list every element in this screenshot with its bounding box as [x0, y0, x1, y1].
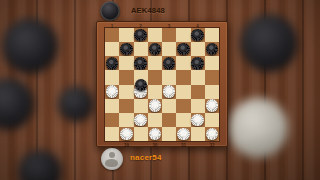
- board-coordinate-top: 2: [139, 24, 142, 29]
- square-r1c0: [105, 42, 119, 56]
- top-player-avatar[interactable]: [100, 1, 120, 21]
- bottom-player-avatar[interactable]: [101, 148, 123, 170]
- square-r7c5[interactable]: [176, 127, 190, 141]
- square-r3c6: [191, 70, 205, 84]
- square-r1c6: [191, 42, 205, 56]
- square-r7c6: [191, 127, 205, 141]
- checkers-app: AEK4848 123429303132 nacer54: [0, 0, 320, 180]
- black-man[interactable]: [134, 29, 147, 42]
- square-r6c6[interactable]: [191, 113, 205, 127]
- square-r4c7: [205, 85, 219, 99]
- board-coordinate-top: 3: [168, 24, 171, 29]
- square-r0c1: [119, 28, 133, 42]
- white-man[interactable]: [206, 99, 219, 112]
- square-r0c7: [205, 28, 219, 42]
- square-r4c3: [148, 85, 162, 99]
- black-man[interactable]: [106, 57, 119, 70]
- top-player-name: AEK4848: [131, 6, 165, 15]
- square-r3c5[interactable]: [176, 70, 190, 84]
- square-r0c2[interactable]: [134, 28, 148, 42]
- square-r2c3: [148, 56, 162, 70]
- square-r1c5[interactable]: [176, 42, 190, 56]
- blurred-dark-piece-decoration: [240, 14, 298, 72]
- square-r2c0[interactable]: [105, 56, 119, 70]
- black-man[interactable]: [206, 43, 219, 56]
- square-r5c4: [162, 99, 176, 113]
- square-r5c3[interactable]: [148, 99, 162, 113]
- square-r7c0: [105, 127, 119, 141]
- square-r3c0: [105, 70, 119, 84]
- board-coordinate-bottom: 32: [209, 143, 214, 148]
- square-r5c5[interactable]: [176, 99, 190, 113]
- white-man[interactable]: [177, 128, 190, 141]
- square-r0c4[interactable]: [162, 28, 176, 42]
- square-r6c5: [176, 113, 190, 127]
- square-r7c2: [134, 127, 148, 141]
- square-r4c6[interactable]: [191, 85, 205, 99]
- black-man[interactable]: [134, 57, 147, 70]
- board-grid: [105, 28, 219, 141]
- square-r2c5: [176, 56, 190, 70]
- square-r4c1: [119, 85, 133, 99]
- square-r2c1: [119, 56, 133, 70]
- square-r2c4[interactable]: [162, 56, 176, 70]
- board-coordinate-bottom: 31: [181, 143, 186, 148]
- square-r4c5: [176, 85, 190, 99]
- square-r0c6[interactable]: [191, 28, 205, 42]
- white-man[interactable]: [163, 85, 176, 98]
- board-coordinate-bottom: 30: [152, 143, 157, 148]
- square-r1c3[interactable]: [148, 42, 162, 56]
- blurred-dark-piece-decoration: [2, 18, 58, 74]
- square-r5c0: [105, 99, 119, 113]
- square-r2c7: [205, 56, 219, 70]
- square-r6c4[interactable]: [162, 113, 176, 127]
- square-r6c3: [148, 113, 162, 127]
- white-man[interactable]: [191, 114, 204, 127]
- white-man[interactable]: [206, 128, 219, 141]
- square-r3c3[interactable]: [148, 70, 162, 84]
- blurred-dark-piece-decoration: [58, 86, 94, 122]
- square-r1c1[interactable]: [119, 42, 133, 56]
- square-r6c2[interactable]: [134, 113, 148, 127]
- square-r2c2[interactable]: [134, 56, 148, 70]
- square-r3c1[interactable]: [119, 70, 133, 84]
- square-r1c4: [162, 42, 176, 56]
- square-r7c1[interactable]: [119, 127, 133, 141]
- square-r5c6: [191, 99, 205, 113]
- square-r6c1: [119, 113, 133, 127]
- square-r0c5: [176, 28, 190, 42]
- square-r2c6[interactable]: [191, 56, 205, 70]
- white-man[interactable]: [120, 128, 133, 141]
- board-coordinate-top: 4: [196, 24, 199, 29]
- square-r0c0[interactable]: [105, 28, 119, 42]
- bottom-player-name: nacer54: [130, 153, 162, 162]
- square-r6c7: [205, 113, 219, 127]
- square-r6c0[interactable]: [105, 113, 119, 127]
- square-r7c7[interactable]: [205, 127, 219, 141]
- square-r1c7[interactable]: [205, 42, 219, 56]
- white-man[interactable]: [134, 114, 147, 127]
- white-man[interactable]: [149, 99, 162, 112]
- square-r4c4[interactable]: [162, 85, 176, 99]
- white-man[interactable]: [106, 85, 119, 98]
- square-r3c7[interactable]: [205, 70, 219, 84]
- square-r5c7[interactable]: [205, 99, 219, 113]
- square-r7c4: [162, 127, 176, 141]
- square-r1c2: [134, 42, 148, 56]
- black-man[interactable]: [120, 43, 133, 56]
- blurred-white-piece-decoration: [228, 98, 288, 158]
- black-man[interactable]: [163, 57, 176, 70]
- square-r4c0[interactable]: [105, 85, 119, 99]
- board-coordinate-top: 1: [111, 24, 114, 29]
- black-man[interactable]: [149, 43, 162, 56]
- square-r5c2: [134, 99, 148, 113]
- black-man[interactable]: [177, 43, 190, 56]
- board-coordinate-bottom: 29: [124, 143, 129, 148]
- board-frame: 123429303132: [96, 21, 228, 147]
- square-r3c4: [162, 70, 176, 84]
- white-man[interactable]: [149, 128, 162, 141]
- square-r0c3: [148, 28, 162, 42]
- black-man[interactable]: [191, 29, 204, 42]
- square-r5c1[interactable]: [119, 99, 133, 113]
- black-man[interactable]: [191, 57, 204, 70]
- square-r7c3[interactable]: [148, 127, 162, 141]
